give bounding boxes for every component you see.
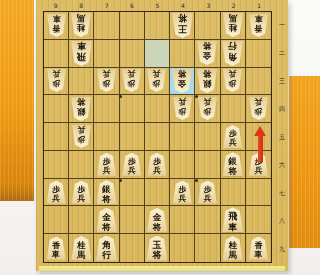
square-99[interactable]: 香車: [44, 234, 69, 262]
piece-kanji: 香: [52, 241, 60, 251]
move-arrow: [254, 126, 267, 162]
rank-label: 九: [276, 235, 288, 263]
piece-gote-pawn[interactable]: 歩兵: [97, 69, 116, 92]
square-94[interactable]: [44, 95, 69, 123]
piece-kanji: 桂: [228, 240, 237, 250]
piece-kanji: 兵: [229, 69, 237, 79]
square-39[interactable]: [195, 234, 220, 262]
piece-kanji: 将: [178, 13, 187, 24]
square-29[interactable]: 桂馬: [221, 234, 246, 262]
piece-gote-gold[interactable]: 金将: [172, 69, 192, 93]
square-65[interactable]: [120, 123, 145, 151]
piece-kanji: 角: [228, 51, 237, 62]
piece-kanji: 将: [153, 222, 162, 232]
square-62[interactable]: [120, 40, 145, 68]
piece-gote-lance[interactable]: 香車: [249, 14, 268, 37]
square-33[interactable]: 銀将: [195, 68, 220, 96]
square-51[interactable]: [145, 12, 170, 40]
square-54[interactable]: [145, 95, 170, 123]
piece-kanji: 兵: [178, 194, 186, 204]
square-35[interactable]: [195, 123, 220, 151]
piece-kanji: 馬: [228, 250, 237, 260]
square-53[interactable]: 歩兵: [145, 68, 170, 96]
piece-kanji: 歩: [128, 79, 136, 89]
rank-label: 四: [276, 95, 288, 123]
square-78[interactable]: 金将: [94, 206, 119, 234]
piece-kanji: 兵: [153, 166, 161, 176]
square-88[interactable]: [69, 206, 94, 234]
piece-kanji: 兵: [77, 125, 85, 135]
piece-kanji: 歩: [178, 185, 186, 195]
piece-kanji: 兵: [77, 194, 85, 204]
piece-sente-silver[interactable]: 銀将: [223, 152, 243, 176]
square-38[interactable]: [195, 206, 220, 234]
piece-sente-pawn[interactable]: 歩兵: [47, 181, 66, 204]
piece-kanji: 歩: [103, 157, 111, 167]
piece-kanji: 兵: [254, 97, 262, 107]
file-label: 2: [221, 1, 246, 10]
square-37[interactable]: 歩兵: [195, 179, 220, 207]
file-label: 9: [43, 1, 68, 10]
piece-sente-pawn[interactable]: 歩兵: [147, 153, 166, 176]
square-74[interactable]: [94, 95, 119, 123]
piece-kanji: 兵: [229, 138, 237, 148]
square-67[interactable]: [120, 179, 145, 207]
square-98[interactable]: [44, 206, 69, 234]
file-coordinates: 987654321: [43, 1, 272, 10]
square-18[interactable]: [246, 206, 271, 234]
piece-gote-pawn[interactable]: 歩兵: [249, 97, 268, 120]
piece-kanji: 馬: [228, 13, 237, 23]
piece-kanji: 兵: [52, 194, 60, 204]
piece-sente-pawn[interactable]: 歩兵: [223, 125, 242, 148]
square-25[interactable]: 歩兵: [221, 123, 246, 151]
square-91[interactable]: 香車: [44, 12, 69, 40]
piece-sente-pawn[interactable]: 歩兵: [122, 153, 141, 176]
piece-kanji: 歩: [254, 107, 262, 117]
piece-kanji: 歩: [229, 129, 237, 139]
piece-sente-lance[interactable]: 香車: [249, 237, 268, 260]
square-58[interactable]: 金将: [145, 206, 170, 234]
piece-kanji: 歩: [229, 79, 237, 89]
square-36[interactable]: [195, 151, 220, 179]
square-13[interactable]: [246, 68, 271, 96]
piece-kanji: 香: [254, 23, 262, 33]
file-label: 8: [68, 1, 93, 10]
square-55[interactable]: [145, 123, 170, 151]
piece-kanji: 王: [178, 23, 187, 34]
piece-kanji: 歩: [153, 157, 161, 167]
square-87[interactable]: 歩兵: [69, 179, 94, 207]
piece-gote-pawn[interactable]: 歩兵: [72, 125, 91, 148]
piece-kanji: 角: [102, 240, 111, 251]
piece-kanji: 車: [52, 14, 60, 24]
piece-kanji: 将: [102, 222, 111, 232]
rank-label: 三: [276, 67, 288, 95]
square-96[interactable]: [44, 151, 69, 179]
piece-kanji: 車: [254, 14, 262, 24]
piece-gote-pawn[interactable]: 歩兵: [223, 69, 242, 92]
piece-gote-bishop[interactable]: 角行: [222, 41, 243, 66]
rank-label: 七: [276, 179, 288, 207]
square-76[interactable]: 歩兵: [94, 151, 119, 179]
square-44[interactable]: 歩兵: [170, 95, 195, 123]
piece-gote-silver[interactable]: 銀将: [71, 97, 91, 121]
piece-sente-king[interactable]: 玉将: [146, 236, 167, 261]
square-46[interactable]: [170, 151, 195, 179]
star-point: [119, 95, 122, 98]
piece-sente-gold[interactable]: 金将: [97, 208, 117, 232]
piece-kanji: 兵: [103, 166, 111, 176]
square-14[interactable]: 歩兵: [246, 95, 271, 123]
piece-kanji: 将: [152, 250, 161, 261]
piece-kanji: 将: [178, 69, 187, 79]
square-97[interactable]: 歩兵: [44, 179, 69, 207]
piece-sente-rook[interactable]: 飛車: [222, 207, 243, 232]
star-point: [195, 179, 198, 182]
square-21[interactable]: 桂馬: [221, 12, 246, 40]
square-41[interactable]: 王将: [170, 12, 195, 40]
square-19[interactable]: 香車: [246, 234, 271, 262]
piece-kanji: 歩: [128, 157, 136, 167]
piece-kanji: 車: [77, 41, 86, 52]
square-11[interactable]: 香車: [246, 12, 271, 40]
piece-sente-pawn[interactable]: 歩兵: [97, 153, 116, 176]
square-42[interactable]: [170, 40, 195, 68]
square-79[interactable]: 角行: [94, 234, 119, 262]
piece-kanji: 歩: [52, 79, 60, 89]
piece-gote-lance[interactable]: 香車: [47, 14, 66, 37]
piece-sente-silver[interactable]: 銀将: [97, 180, 117, 204]
square-52[interactable]: [145, 40, 170, 68]
piece-kanji: 行: [228, 41, 237, 52]
piece-kanji: 兵: [128, 166, 136, 176]
piece-kanji: 歩: [77, 134, 85, 144]
file-label: 3: [196, 1, 221, 10]
board-bottom-edge: [39, 266, 285, 271]
square-89[interactable]: 桂馬: [69, 234, 94, 262]
square-22[interactable]: 角行: [221, 40, 246, 68]
piece-kanji: 兵: [128, 69, 136, 79]
square-84[interactable]: 銀将: [69, 95, 94, 123]
piece-kanji: 香: [52, 23, 60, 33]
piece-gote-pawn[interactable]: 歩兵: [47, 69, 66, 92]
piece-kanji: 行: [102, 250, 111, 261]
square-73[interactable]: 歩兵: [94, 68, 119, 96]
piece-sente-pawn[interactable]: 歩兵: [72, 181, 91, 204]
piece-kanji: 将: [102, 194, 111, 204]
arrow-shaft: [258, 135, 263, 162]
square-83[interactable]: [69, 68, 94, 96]
piece-gote-pawn[interactable]: 歩兵: [122, 69, 141, 92]
piece-kanji: 飛: [228, 211, 237, 222]
piece-kanji: 飛: [77, 51, 86, 62]
piece-kanji: 車: [52, 250, 60, 260]
star-point: [195, 95, 198, 98]
piece-gote-pawn[interactable]: 歩兵: [173, 97, 192, 120]
piece-kanji: 歩: [77, 185, 85, 195]
square-32[interactable]: 金将: [195, 40, 220, 68]
square-24[interactable]: [221, 95, 246, 123]
square-82[interactable]: 飛車: [69, 40, 94, 68]
square-17[interactable]: [246, 179, 271, 207]
piece-sente-knight[interactable]: 桂馬: [71, 236, 91, 260]
rank-label: 六: [276, 151, 288, 179]
table-right-panel: [289, 76, 320, 248]
piece-kanji: 金: [102, 212, 111, 222]
piece-kanji: 兵: [103, 69, 111, 79]
piece-kanji: 将: [203, 69, 212, 79]
square-81[interactable]: 桂馬: [69, 12, 94, 40]
square-63[interactable]: 歩兵: [120, 68, 145, 96]
square-75[interactable]: [94, 123, 119, 151]
square-12[interactable]: [246, 40, 271, 68]
square-27[interactable]: [221, 179, 246, 207]
square-59[interactable]: 玉将: [145, 234, 170, 262]
square-28[interactable]: 飛車: [221, 206, 246, 234]
rank-label: 二: [276, 39, 288, 67]
piece-gote-rook[interactable]: 飛車: [71, 41, 92, 66]
piece-kanji: 車: [254, 250, 262, 260]
piece-kanji: 桂: [77, 240, 86, 250]
board-grid[interactable]: 香車桂馬王将桂馬香車飛車金将角行歩兵歩兵歩兵歩兵金将銀将歩兵銀将歩兵歩兵歩兵歩兵…: [43, 11, 272, 263]
file-label: 4: [170, 1, 195, 10]
piece-kanji: 玉: [152, 240, 161, 251]
square-93[interactable]: 歩兵: [44, 68, 69, 96]
piece-kanji: 歩: [203, 107, 211, 117]
piece-kanji: 銀: [203, 79, 212, 89]
piece-gote-knight[interactable]: 桂馬: [223, 13, 243, 37]
star-point: [119, 179, 122, 182]
piece-kanji: 桂: [228, 23, 237, 33]
piece-kanji: 香: [254, 241, 262, 251]
piece-kanji: 兵: [203, 194, 211, 204]
piece-gote-pawn[interactable]: 歩兵: [198, 97, 217, 120]
square-95[interactable]: [44, 123, 69, 151]
piece-kanji: 銀: [228, 156, 237, 166]
piece-kanji: 歩: [52, 185, 60, 195]
square-61[interactable]: [120, 12, 145, 40]
piece-sente-knight[interactable]: 桂馬: [223, 236, 243, 260]
piece-kanji: 歩: [203, 185, 211, 195]
piece-sente-lance[interactable]: 香車: [47, 237, 66, 260]
square-47[interactable]: 歩兵: [170, 179, 195, 207]
piece-gote-pawn[interactable]: 歩兵: [147, 69, 166, 92]
piece-kanji: 兵: [178, 97, 186, 107]
square-64[interactable]: [120, 95, 145, 123]
square-49[interactable]: [170, 234, 195, 262]
piece-kanji: 兵: [203, 97, 211, 107]
square-86[interactable]: [69, 151, 94, 179]
piece-sente-pawn[interactable]: 歩兵: [198, 181, 217, 204]
file-label: 1: [247, 1, 272, 10]
piece-gote-king[interactable]: 王将: [172, 13, 193, 38]
piece-gote-silver[interactable]: 銀将: [197, 69, 217, 93]
file-label: 5: [145, 1, 170, 10]
rank-coordinates: 一二三四五六七八九: [276, 11, 288, 263]
piece-kanji: 桂: [77, 23, 86, 33]
piece-kanji: 将: [203, 41, 212, 51]
piece-kanji: 兵: [153, 69, 161, 79]
rank-label: 五: [276, 123, 288, 151]
piece-kanji: 歩: [103, 79, 111, 89]
app-background: 987654321 一二三四五六七八九 香車桂馬王将桂馬香車飛車金将角行歩兵歩兵…: [0, 0, 320, 275]
rank-label: 一: [276, 11, 288, 39]
piece-kanji: 兵: [52, 69, 60, 79]
piece-sente-gold[interactable]: 金将: [147, 208, 167, 232]
piece-sente-bishop[interactable]: 角行: [96, 236, 117, 261]
square-77[interactable]: 銀将: [94, 179, 119, 207]
piece-kanji: 将: [228, 166, 237, 176]
piece-gote-gold[interactable]: 金将: [197, 41, 217, 65]
square-92[interactable]: [44, 40, 69, 68]
square-31[interactable]: [195, 12, 220, 40]
square-57[interactable]: [145, 179, 170, 207]
piece-kanji: 馬: [77, 13, 86, 23]
square-23[interactable]: 歩兵: [221, 68, 246, 96]
piece-kanji: 銀: [77, 107, 86, 117]
piece-kanji: 車: [228, 222, 237, 233]
shogi-board: 987654321 一二三四五六七八九 香車桂馬王将桂馬香車飛車金将角行歩兵歩兵…: [36, 0, 288, 271]
square-69[interactable]: [120, 234, 145, 262]
square-71[interactable]: [94, 12, 119, 40]
square-34[interactable]: 歩兵: [195, 95, 220, 123]
square-85[interactable]: 歩兵: [69, 123, 94, 151]
piece-kanji: 銀: [102, 184, 111, 194]
piece-kanji: 歩: [153, 79, 161, 89]
piece-kanji: 金: [153, 212, 162, 222]
square-68[interactable]: [120, 206, 145, 234]
piece-gote-knight[interactable]: 桂馬: [71, 13, 91, 37]
piece-kanji: 金: [203, 51, 212, 61]
square-66[interactable]: 歩兵: [120, 151, 145, 179]
piece-kanji: 兵: [254, 166, 262, 176]
piece-kanji: 馬: [77, 250, 86, 260]
square-43[interactable]: 金将: [170, 68, 195, 96]
piece-kanji: 歩: [178, 107, 186, 117]
square-48[interactable]: [170, 206, 195, 234]
square-26[interactable]: 銀将: [221, 151, 246, 179]
file-label: 6: [119, 1, 144, 10]
square-72[interactable]: [94, 40, 119, 68]
square-56[interactable]: 歩兵: [145, 151, 170, 179]
piece-kanji: 将: [77, 97, 86, 107]
table-left-panel: [0, 0, 34, 201]
file-label: 7: [94, 1, 119, 10]
piece-kanji: 金: [178, 79, 187, 89]
rank-label: 八: [276, 207, 288, 235]
piece-sente-pawn[interactable]: 歩兵: [173, 181, 192, 204]
square-45[interactable]: [170, 123, 195, 151]
